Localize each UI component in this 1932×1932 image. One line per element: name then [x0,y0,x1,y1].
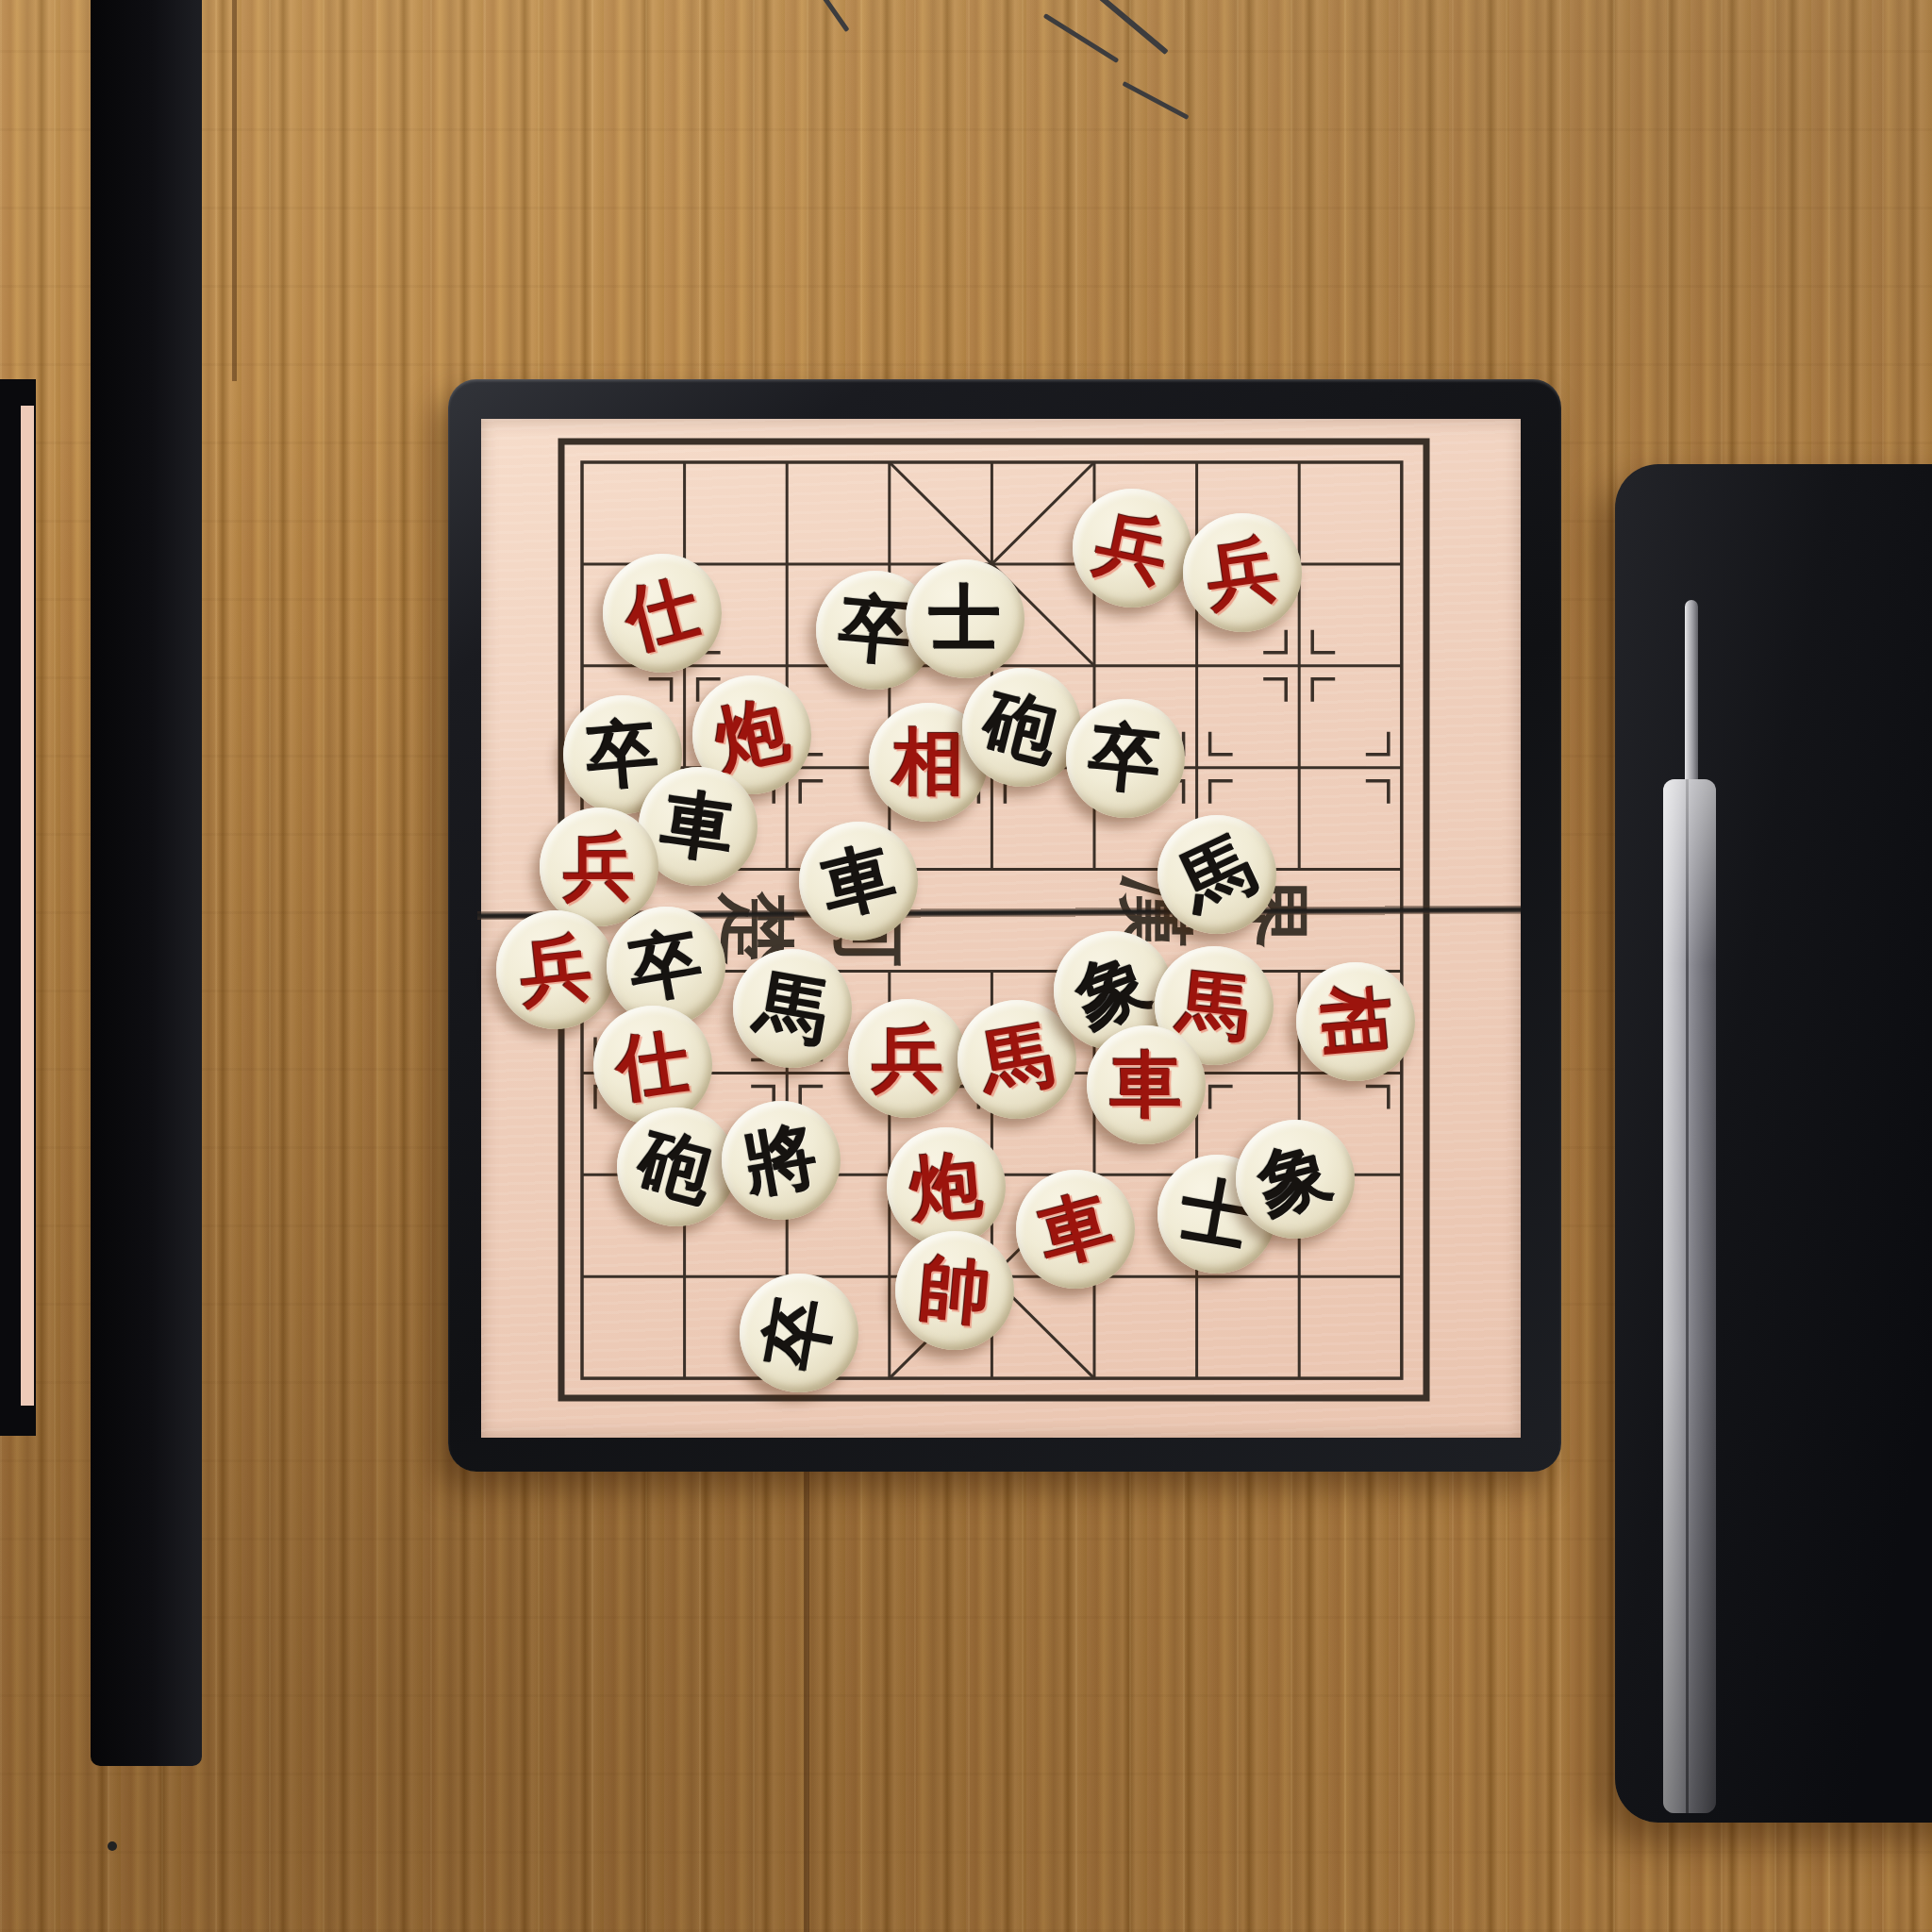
xiangqi-piece-red-兵[interactable]: 兵 [496,910,615,1029]
piece-glyph: 仕 [612,1024,693,1106]
piece-glyph: 卒 [758,1291,841,1374]
piece-glyph: 兵 [872,1023,943,1094]
xiangqi-piece-black-砲[interactable]: 砲 [962,668,1081,787]
piece-glyph: 砲 [978,684,1065,771]
xiangqi-piece-black-車[interactable]: 車 [799,822,918,941]
piece-glyph: 炮 [709,692,794,777]
piece-glyph: 兵 [1090,506,1174,591]
piece-glyph: 馬 [1170,827,1265,923]
xiangqi-piece-red-馬[interactable]: 馬 [958,1000,1076,1119]
piece-glyph: 車 [1110,1049,1182,1121]
xiangqi-piece-black-士[interactable]: 士 [906,559,1024,678]
xiangqi-piece-red-帥[interactable]: 帥 [895,1231,1014,1350]
piece-glyph: 卒 [837,591,914,669]
xiangqi-grid: 楚 河 漢 界 [0,0,1932,1932]
xiangqi-piece-red-炮[interactable]: 炮 [887,1127,1006,1246]
piece-glyph: 象 [1067,944,1158,1036]
piece-glyph: 砲 [632,1123,720,1210]
piece-glyph: 仕 [618,569,706,657]
piece-glyph: 卒 [1086,719,1165,798]
piece-glyph: 馬 [975,1018,1058,1101]
xiangqi-piece-black-卒[interactable]: 卒 [1066,699,1185,818]
piece-glyph: 卒 [584,716,661,793]
xiangqi-piece-red-相[interactable]: 相 [1296,962,1415,1081]
piece-glyph: 士 [929,583,1001,655]
xiangqi-piece-red-車[interactable]: 車 [1016,1170,1135,1289]
xiangqi-piece-black-馬[interactable]: 馬 [1158,815,1276,934]
piece-glyph: 炮 [908,1148,985,1225]
xiangqi-piece-red-兵[interactable]: 兵 [540,808,658,926]
xiangqi-piece-red-車[interactable]: 車 [1087,1025,1206,1144]
xiangqi-piece-black-砲[interactable]: 砲 [617,1108,736,1226]
piece-glyph: 相 [892,726,964,798]
piece-glyph: 將 [740,1119,823,1202]
piece-glyph: 兵 [563,831,635,903]
xiangqi-piece-black-象[interactable]: 象 [1236,1120,1355,1239]
piece-glyph: 馬 [751,967,834,1050]
xiangqi-piece-red-兵[interactable]: 兵 [848,999,967,1118]
piece-glyph: 車 [815,838,902,924]
piece-glyph: 兵 [1202,532,1283,613]
xiangqi-piece-black-馬[interactable]: 馬 [733,949,852,1068]
piece-glyph: 兵 [516,930,595,1009]
piece-glyph: 帥 [916,1252,993,1329]
piece-glyph: 車 [658,786,739,867]
xiangqi-piece-red-仕[interactable]: 仕 [593,1006,712,1124]
piece-glyph: 馬 [1174,966,1254,1045]
xiangqi-piece-red-兵[interactable]: 兵 [1073,489,1191,608]
piece-glyph: 車 [1031,1185,1119,1273]
xiangqi-piece-red-兵[interactable]: 兵 [1183,513,1302,632]
xiangqi-piece-black-將[interactable]: 將 [722,1101,841,1220]
xiangqi-piece-red-仕[interactable]: 仕 [603,554,722,673]
piece-glyph: 相 [1317,983,1394,1060]
xiangqi-piece-black-卒[interactable]: 卒 [740,1274,858,1392]
piece-glyph: 卒 [625,924,708,1008]
piece-glyph: 象 [1251,1135,1339,1223]
